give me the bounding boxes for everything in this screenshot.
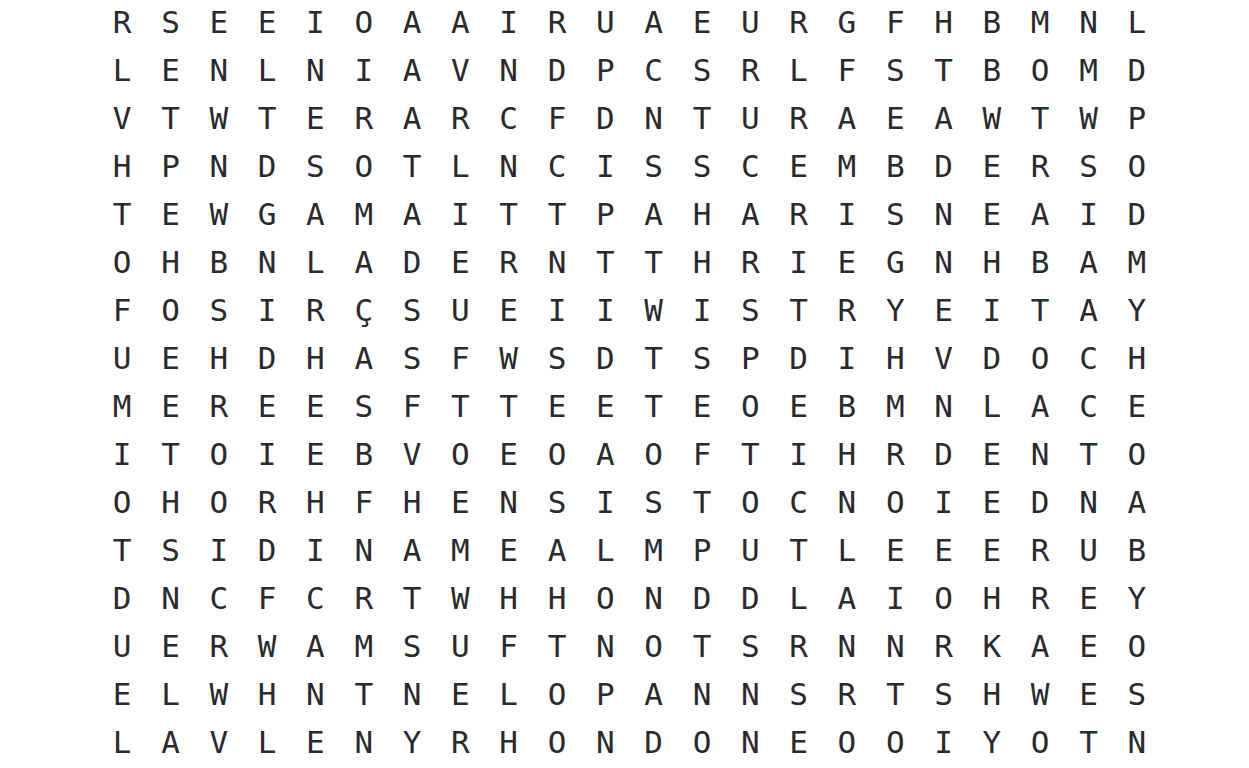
grid-cell[interactable]: A — [291, 190, 339, 238]
grid-cell[interactable]: D — [919, 430, 967, 478]
grid-cell[interactable]: S — [629, 478, 677, 526]
grid-cell[interactable]: H — [485, 574, 533, 622]
grid-cell[interactable]: I — [291, 0, 339, 46]
grid-cell[interactable]: L — [823, 526, 871, 574]
grid-cell[interactable]: S — [1113, 670, 1161, 718]
grid-cell[interactable]: O — [1113, 430, 1161, 478]
grid-cell[interactable]: S — [388, 286, 436, 334]
grid-cell[interactable]: B — [195, 238, 243, 286]
grid-cell[interactable]: B — [340, 430, 388, 478]
grid-cell[interactable]: I — [98, 430, 146, 478]
grid-cell[interactable]: T — [1016, 286, 1064, 334]
grid-cell[interactable]: W — [485, 334, 533, 382]
grid-cell[interactable]: O — [146, 286, 194, 334]
grid-cell[interactable]: H — [533, 574, 581, 622]
grid-cell[interactable]: O — [436, 430, 484, 478]
grid-cell[interactable]: N — [291, 46, 339, 94]
grid-cell[interactable]: M — [871, 382, 919, 430]
grid-cell[interactable]: T — [774, 286, 822, 334]
grid-cell[interactable]: O — [629, 622, 677, 670]
grid-cell[interactable]: U — [436, 286, 484, 334]
grid-cell[interactable]: M — [340, 190, 388, 238]
grid-cell[interactable]: S — [533, 334, 581, 382]
grid-cell[interactable]: H — [823, 430, 871, 478]
grid-cell[interactable]: N — [485, 478, 533, 526]
grid-cell[interactable]: A — [1064, 286, 1112, 334]
grid-cell[interactable]: A — [388, 526, 436, 574]
grid-cell[interactable]: H — [195, 334, 243, 382]
grid-cell[interactable]: H — [678, 238, 726, 286]
grid-cell[interactable]: E — [436, 238, 484, 286]
grid-cell[interactable]: T — [340, 670, 388, 718]
grid-cell[interactable]: E — [146, 46, 194, 94]
grid-cell[interactable]: O — [1016, 718, 1064, 766]
grid-cell[interactable]: E — [485, 430, 533, 478]
grid-cell[interactable]: A — [1016, 190, 1064, 238]
grid-cell[interactable]: E — [146, 190, 194, 238]
grid-cell[interactable]: U — [726, 526, 774, 574]
grid-cell[interactable]: R — [485, 238, 533, 286]
grid-cell[interactable]: A — [1113, 478, 1161, 526]
grid-cell[interactable]: I — [436, 190, 484, 238]
grid-cell[interactable]: N — [726, 670, 774, 718]
grid-cell[interactable]: A — [726, 190, 774, 238]
grid-cell[interactable]: V — [436, 46, 484, 94]
grid-cell[interactable]: E — [871, 94, 919, 142]
grid-cell[interactable]: M — [1113, 238, 1161, 286]
grid-cell[interactable]: O — [678, 718, 726, 766]
grid-cell[interactable]: T — [243, 94, 291, 142]
grid-cell[interactable]: N — [291, 670, 339, 718]
grid-cell[interactable]: A — [629, 0, 677, 46]
grid-cell[interactable]: R — [436, 718, 484, 766]
grid-cell[interactable]: W — [195, 190, 243, 238]
grid-cell[interactable]: N — [485, 46, 533, 94]
grid-cell[interactable]: E — [436, 478, 484, 526]
grid-cell[interactable]: E — [968, 478, 1016, 526]
grid-cell[interactable]: C — [629, 46, 677, 94]
grid-cell[interactable]: O — [1113, 622, 1161, 670]
grid-cell[interactable]: Y — [968, 718, 1016, 766]
grid-cell[interactable]: A — [581, 430, 629, 478]
grid-cell[interactable]: I — [291, 526, 339, 574]
grid-cell[interactable]: N — [340, 718, 388, 766]
grid-cell[interactable]: C — [1064, 334, 1112, 382]
grid-cell[interactable]: F — [485, 622, 533, 670]
grid-cell[interactable]: S — [388, 334, 436, 382]
grid-cell[interactable]: N — [195, 46, 243, 94]
grid-cell[interactable]: B — [968, 46, 1016, 94]
grid-cell[interactable]: R — [823, 286, 871, 334]
grid-cell[interactable]: W — [436, 574, 484, 622]
grid-cell[interactable]: P — [581, 46, 629, 94]
grid-cell[interactable]: E — [1064, 622, 1112, 670]
grid-cell[interactable]: I — [774, 238, 822, 286]
grid-cell[interactable]: I — [243, 286, 291, 334]
grid-cell[interactable]: Y — [1113, 286, 1161, 334]
grid-cell[interactable]: P — [1113, 94, 1161, 142]
grid-cell[interactable]: A — [340, 334, 388, 382]
grid-cell[interactable]: N — [919, 382, 967, 430]
grid-cell[interactable]: I — [533, 286, 581, 334]
grid-cell[interactable]: D — [1113, 46, 1161, 94]
grid-cell[interactable]: S — [340, 382, 388, 430]
grid-cell[interactable]: U — [98, 334, 146, 382]
grid-cell[interactable]: S — [871, 190, 919, 238]
grid-cell[interactable]: W — [1064, 94, 1112, 142]
grid-cell[interactable]: L — [146, 670, 194, 718]
grid-cell[interactable]: M — [629, 526, 677, 574]
grid-cell[interactable]: R — [919, 622, 967, 670]
grid-cell[interactable]: V — [919, 334, 967, 382]
grid-cell[interactable]: I — [774, 430, 822, 478]
grid-cell[interactable]: P — [581, 670, 629, 718]
grid-cell[interactable]: O — [871, 478, 919, 526]
grid-cell[interactable]: S — [533, 478, 581, 526]
grid-cell[interactable]: N — [1113, 718, 1161, 766]
grid-cell[interactable]: S — [629, 142, 677, 190]
grid-cell[interactable]: T — [388, 142, 436, 190]
grid-cell[interactable]: R — [871, 430, 919, 478]
grid-cell[interactable]: T — [146, 430, 194, 478]
grid-cell[interactable]: U — [581, 0, 629, 46]
grid-cell[interactable]: N — [243, 238, 291, 286]
grid-cell[interactable]: E — [581, 382, 629, 430]
grid-cell[interactable]: C — [485, 94, 533, 142]
grid-cell[interactable]: C — [195, 574, 243, 622]
grid-cell[interactable]: O — [533, 718, 581, 766]
grid-cell[interactable]: S — [678, 334, 726, 382]
grid-cell[interactable]: S — [678, 46, 726, 94]
grid-cell[interactable]: R — [243, 478, 291, 526]
grid-cell[interactable]: O — [340, 0, 388, 46]
grid-cell[interactable]: C — [1064, 382, 1112, 430]
grid-cell[interactable]: E — [243, 382, 291, 430]
grid-cell[interactable]: T — [98, 526, 146, 574]
grid-cell[interactable]: H — [968, 670, 1016, 718]
grid-cell[interactable]: I — [581, 478, 629, 526]
grid-cell[interactable]: D — [774, 334, 822, 382]
grid-cell[interactable]: E — [1113, 382, 1161, 430]
grid-cell[interactable]: E — [919, 526, 967, 574]
grid-cell[interactable]: O — [98, 238, 146, 286]
grid-cell[interactable]: L — [436, 142, 484, 190]
grid-cell[interactable]: G — [823, 0, 871, 46]
grid-cell[interactable]: E — [968, 526, 1016, 574]
grid-cell[interactable]: F — [678, 430, 726, 478]
grid-cell[interactable]: T — [581, 238, 629, 286]
grid-cell[interactable]: R — [726, 46, 774, 94]
grid-cell[interactable]: H — [243, 670, 291, 718]
grid-cell[interactable]: F — [533, 94, 581, 142]
grid-cell[interactable]: I — [340, 46, 388, 94]
grid-cell[interactable]: D — [581, 94, 629, 142]
grid-cell[interactable]: H — [146, 478, 194, 526]
grid-cell[interactable]: E — [774, 718, 822, 766]
grid-cell[interactable]: L — [774, 46, 822, 94]
grid-cell[interactable]: W — [968, 94, 1016, 142]
grid-cell[interactable]: R — [195, 382, 243, 430]
grid-cell[interactable]: E — [436, 670, 484, 718]
grid-cell[interactable]: O — [195, 430, 243, 478]
grid-cell[interactable]: U — [98, 622, 146, 670]
grid-cell[interactable]: D — [533, 46, 581, 94]
grid-cell[interactable]: R — [774, 0, 822, 46]
grid-cell[interactable]: E — [291, 382, 339, 430]
grid-cell[interactable]: T — [629, 238, 677, 286]
grid-cell[interactable]: S — [871, 46, 919, 94]
grid-cell[interactable]: A — [388, 190, 436, 238]
grid-cell[interactable]: E — [146, 382, 194, 430]
grid-cell[interactable]: S — [919, 670, 967, 718]
grid-cell[interactable]: T — [871, 670, 919, 718]
grid-cell[interactable]: S — [146, 0, 194, 46]
grid-cell[interactable]: E — [823, 238, 871, 286]
grid-cell[interactable]: I — [919, 718, 967, 766]
grid-cell[interactable]: E — [146, 334, 194, 382]
grid-cell[interactable]: C — [726, 142, 774, 190]
grid-cell[interactable]: T — [629, 382, 677, 430]
grid-cell[interactable]: D — [629, 718, 677, 766]
grid-cell[interactable]: E — [146, 622, 194, 670]
grid-cell[interactable]: G — [243, 190, 291, 238]
grid-cell[interactable]: T — [485, 190, 533, 238]
grid-cell[interactable]: P — [146, 142, 194, 190]
grid-cell[interactable]: A — [1016, 622, 1064, 670]
grid-cell[interactable]: T — [533, 190, 581, 238]
grid-cell[interactable]: I — [871, 574, 919, 622]
grid-cell[interactable]: E — [533, 382, 581, 430]
grid-cell[interactable]: H — [291, 334, 339, 382]
grid-cell[interactable]: R — [1016, 526, 1064, 574]
grid-cell[interactable]: N — [629, 94, 677, 142]
grid-cell[interactable]: A — [1016, 382, 1064, 430]
grid-cell[interactable]: O — [98, 478, 146, 526]
grid-cell[interactable]: A — [388, 94, 436, 142]
grid-cell[interactable]: R — [340, 574, 388, 622]
grid-cell[interactable]: L — [581, 526, 629, 574]
grid-cell[interactable]: N — [871, 622, 919, 670]
grid-cell[interactable]: V — [195, 718, 243, 766]
grid-cell[interactable]: E — [678, 382, 726, 430]
grid-cell[interactable]: R — [291, 286, 339, 334]
grid-cell[interactable]: B — [1016, 238, 1064, 286]
grid-cell[interactable]: M — [340, 622, 388, 670]
grid-cell[interactable]: B — [871, 142, 919, 190]
grid-cell[interactable]: O — [195, 478, 243, 526]
grid-cell[interactable]: N — [485, 142, 533, 190]
grid-cell[interactable]: E — [871, 526, 919, 574]
grid-cell[interactable]: A — [629, 190, 677, 238]
grid-cell[interactable]: E — [485, 286, 533, 334]
grid-cell[interactable]: I — [243, 430, 291, 478]
grid-cell[interactable]: N — [581, 622, 629, 670]
grid-cell[interactable]: Y — [1113, 574, 1161, 622]
grid-cell[interactable]: S — [726, 286, 774, 334]
grid-cell[interactable]: T — [436, 382, 484, 430]
grid-cell[interactable]: W — [1016, 670, 1064, 718]
grid-cell[interactable]: I — [581, 286, 629, 334]
grid-cell[interactable]: V — [98, 94, 146, 142]
grid-cell[interactable]: S — [195, 286, 243, 334]
grid-cell[interactable]: U — [1064, 526, 1112, 574]
grid-cell[interactable]: U — [726, 94, 774, 142]
grid-cell[interactable]: N — [919, 190, 967, 238]
grid-cell[interactable]: L — [243, 718, 291, 766]
grid-cell[interactable]: I — [485, 0, 533, 46]
grid-cell[interactable]: M — [436, 526, 484, 574]
grid-cell[interactable]: Ç — [340, 286, 388, 334]
grid-cell[interactable]: R — [533, 0, 581, 46]
grid-cell[interactable]: W — [629, 286, 677, 334]
grid-cell[interactable]: N — [919, 238, 967, 286]
grid-cell[interactable]: T — [678, 622, 726, 670]
grid-cell[interactable]: T — [1064, 718, 1112, 766]
grid-cell[interactable]: R — [436, 94, 484, 142]
grid-cell[interactable]: S — [1064, 142, 1112, 190]
grid-cell[interactable]: A — [823, 94, 871, 142]
grid-cell[interactable]: R — [774, 622, 822, 670]
grid-cell[interactable]: B — [1113, 526, 1161, 574]
grid-cell[interactable]: N — [1016, 430, 1064, 478]
grid-cell[interactable]: D — [243, 526, 291, 574]
grid-cell[interactable]: T — [678, 94, 726, 142]
grid-cell[interactable]: H — [678, 190, 726, 238]
grid-cell[interactable]: F — [243, 574, 291, 622]
grid-cell[interactable]: N — [388, 670, 436, 718]
grid-cell[interactable]: D — [98, 574, 146, 622]
grid-cell[interactable]: N — [340, 526, 388, 574]
grid-cell[interactable]: C — [774, 478, 822, 526]
grid-cell[interactable]: E — [291, 718, 339, 766]
grid-cell[interactable]: O — [533, 670, 581, 718]
grid-cell[interactable]: A — [146, 718, 194, 766]
grid-cell[interactable]: F — [436, 334, 484, 382]
grid-cell[interactable]: F — [340, 478, 388, 526]
grid-cell[interactable]: W — [195, 670, 243, 718]
grid-cell[interactable]: D — [581, 334, 629, 382]
grid-cell[interactable]: L — [774, 574, 822, 622]
grid-cell[interactable]: A — [340, 238, 388, 286]
grid-cell[interactable]: M — [823, 142, 871, 190]
grid-cell[interactable]: T — [388, 574, 436, 622]
grid-cell[interactable]: S — [726, 622, 774, 670]
grid-cell[interactable]: T — [774, 526, 822, 574]
grid-cell[interactable]: H — [146, 238, 194, 286]
grid-cell[interactable]: L — [968, 382, 1016, 430]
grid-cell[interactable]: E — [919, 286, 967, 334]
grid-cell[interactable]: L — [98, 46, 146, 94]
grid-cell[interactable]: H — [98, 142, 146, 190]
grid-cell[interactable]: O — [726, 478, 774, 526]
grid-cell[interactable]: D — [678, 574, 726, 622]
grid-cell[interactable]: L — [1113, 0, 1161, 46]
grid-cell[interactable]: D — [1016, 478, 1064, 526]
grid-cell[interactable]: A — [388, 46, 436, 94]
grid-cell[interactable]: D — [388, 238, 436, 286]
grid-cell[interactable]: E — [195, 0, 243, 46]
grid-cell[interactable]: W — [243, 622, 291, 670]
grid-cell[interactable]: R — [98, 0, 146, 46]
grid-cell[interactable]: I — [678, 286, 726, 334]
grid-cell[interactable]: T — [629, 334, 677, 382]
grid-cell[interactable]: A — [291, 622, 339, 670]
grid-cell[interactable]: O — [871, 718, 919, 766]
grid-cell[interactable]: I — [968, 286, 1016, 334]
grid-cell[interactable]: A — [388, 0, 436, 46]
grid-cell[interactable]: H — [291, 478, 339, 526]
grid-cell[interactable]: B — [823, 382, 871, 430]
grid-cell[interactable]: W — [195, 94, 243, 142]
grid-cell[interactable]: I — [919, 478, 967, 526]
grid-cell[interactable]: R — [1016, 142, 1064, 190]
grid-cell[interactable]: N — [726, 718, 774, 766]
grid-cell[interactable]: N — [823, 478, 871, 526]
grid-cell[interactable]: A — [919, 94, 967, 142]
grid-cell[interactable]: E — [774, 142, 822, 190]
grid-cell[interactable]: O — [533, 430, 581, 478]
grid-cell[interactable]: E — [1064, 574, 1112, 622]
grid-cell[interactable]: E — [1064, 670, 1112, 718]
grid-cell[interactable]: M — [1016, 0, 1064, 46]
grid-cell[interactable]: C — [291, 574, 339, 622]
grid-cell[interactable]: A — [1064, 238, 1112, 286]
grid-cell[interactable]: H — [968, 574, 1016, 622]
grid-cell[interactable]: E — [291, 94, 339, 142]
grid-cell[interactable]: E — [678, 0, 726, 46]
grid-cell[interactable]: D — [1113, 190, 1161, 238]
grid-cell[interactable]: N — [581, 718, 629, 766]
grid-cell[interactable]: N — [533, 238, 581, 286]
grid-cell[interactable]: T — [146, 94, 194, 142]
grid-cell[interactable]: T — [726, 430, 774, 478]
grid-cell[interactable]: E — [968, 190, 1016, 238]
grid-cell[interactable]: O — [581, 574, 629, 622]
grid-cell[interactable]: U — [726, 0, 774, 46]
grid-cell[interactable]: R — [726, 238, 774, 286]
grid-cell[interactable]: N — [629, 574, 677, 622]
grid-cell[interactable]: A — [823, 574, 871, 622]
grid-cell[interactable]: S — [146, 526, 194, 574]
grid-cell[interactable]: V — [388, 430, 436, 478]
grid-cell[interactable]: O — [726, 382, 774, 430]
grid-cell[interactable]: N — [195, 142, 243, 190]
grid-cell[interactable]: R — [195, 622, 243, 670]
grid-cell[interactable]: I — [581, 142, 629, 190]
grid-cell[interactable]: F — [871, 0, 919, 46]
grid-cell[interactable]: E — [774, 382, 822, 430]
grid-cell[interactable]: D — [726, 574, 774, 622]
grid-cell[interactable]: T — [98, 190, 146, 238]
grid-cell[interactable]: A — [629, 670, 677, 718]
grid-cell[interactable]: T — [1064, 430, 1112, 478]
grid-cell[interactable]: I — [195, 526, 243, 574]
grid-cell[interactable]: M — [98, 382, 146, 430]
grid-cell[interactable]: R — [340, 94, 388, 142]
grid-cell[interactable]: I — [823, 190, 871, 238]
grid-cell[interactable]: S — [774, 670, 822, 718]
grid-cell[interactable]: G — [871, 238, 919, 286]
grid-cell[interactable]: T — [678, 478, 726, 526]
grid-cell[interactable]: P — [581, 190, 629, 238]
grid-cell[interactable]: E — [291, 430, 339, 478]
grid-cell[interactable]: C — [533, 142, 581, 190]
grid-cell[interactable]: L — [291, 238, 339, 286]
grid-cell[interactable]: E — [968, 430, 1016, 478]
grid-cell[interactable]: H — [919, 0, 967, 46]
grid-cell[interactable]: R — [774, 190, 822, 238]
grid-cell[interactable]: D — [243, 334, 291, 382]
